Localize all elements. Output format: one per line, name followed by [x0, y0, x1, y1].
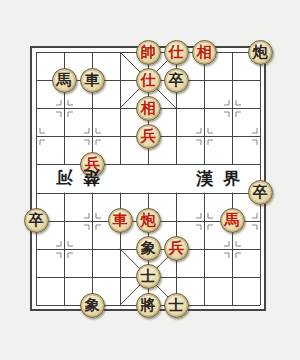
- piece-black-elephant[interactable]: 象: [80, 293, 105, 318]
- piece-red-horse[interactable]: 馬: [220, 208, 245, 233]
- piece-black-soldier[interactable]: 卒: [164, 68, 189, 93]
- piece-red-elephant[interactable]: 相: [192, 40, 217, 65]
- piece-red-general[interactable]: 帥: [136, 40, 161, 65]
- piece-black-general[interactable]: 將: [136, 293, 161, 318]
- piece-red-cannon[interactable]: 炮: [136, 208, 161, 233]
- piece-black-horse[interactable]: 馬: [52, 68, 77, 93]
- piece-black-advisor[interactable]: 士: [164, 293, 189, 318]
- piece-black-soldier[interactable]: 卒: [24, 208, 49, 233]
- piece-red-chariot[interactable]: 車: [108, 208, 133, 233]
- piece-red-elephant[interactable]: 相: [136, 96, 161, 121]
- river-label-right: 漢界: [176, 165, 260, 191]
- piece-black-advisor[interactable]: 士: [136, 264, 161, 289]
- piece-red-soldier[interactable]: 兵: [136, 124, 161, 149]
- piece-black-elephant[interactable]: 象: [136, 236, 161, 261]
- piece-red-soldier[interactable]: 兵: [164, 236, 189, 261]
- piece-black-cannon[interactable]: 炮: [248, 40, 273, 65]
- piece-red-advisor[interactable]: 仕: [164, 40, 189, 65]
- piece-red-advisor[interactable]: 仕: [136, 68, 161, 93]
- xiangqi-board-diagram: 帥仕相炮馬車仕卒相兵兵卒卒車炮馬象兵士象將士 楚河 漢界: [0, 0, 300, 360]
- river-label-left: 楚河: [36, 165, 120, 191]
- piece-black-chariot[interactable]: 車: [80, 68, 105, 93]
